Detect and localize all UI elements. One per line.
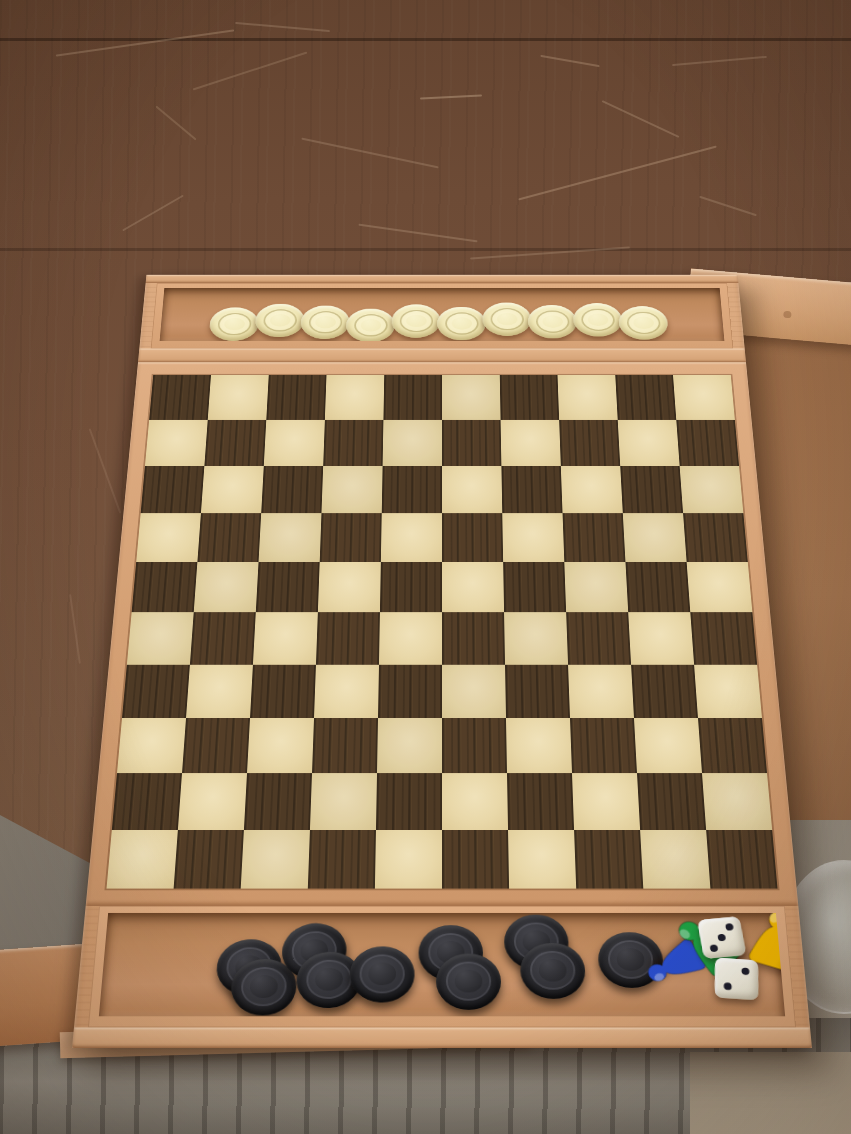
board-square-r8-c3[interactable] (247, 718, 314, 773)
board-square-r1-c8[interactable] (558, 375, 618, 420)
board-square-r7-c2[interactable] (186, 664, 253, 717)
board-square-r6-c5[interactable] (379, 613, 442, 665)
board-square-r4-c2[interactable] (197, 513, 261, 562)
board-square-r1-c5[interactable] (383, 375, 442, 420)
board-square-r4-c5[interactable] (381, 513, 442, 562)
board-square-r6-c1[interactable] (127, 613, 194, 665)
white-checker-piece[interactable] (209, 307, 260, 340)
board-square-r10-c4[interactable] (308, 830, 376, 889)
board-square-r2-c10[interactable] (676, 420, 739, 466)
board-square-r3-c4[interactable] (321, 466, 382, 513)
board-square-r3-c7[interactable] (501, 466, 562, 513)
board-square-r10-c2[interactable] (174, 830, 244, 889)
board-square-r4-c10[interactable] (683, 513, 748, 562)
board-square-r2-c1[interactable] (145, 420, 208, 466)
board-square-r8-c5[interactable] (377, 718, 442, 773)
black-checker-piece[interactable] (520, 943, 586, 999)
wood-knot (783, 311, 792, 319)
white-checker-piece[interactable] (437, 307, 486, 340)
board-square-r6-c10[interactable] (690, 613, 757, 665)
board-square-r3-c5[interactable] (382, 466, 442, 513)
board-square-r10-c1[interactable] (107, 830, 178, 889)
board-square-r2-c2[interactable] (204, 420, 266, 466)
board-grid (107, 375, 778, 889)
board-square-r1-c6[interactable] (442, 375, 501, 420)
light-floor-corner (690, 1052, 851, 1134)
board-square-r9-c1[interactable] (112, 773, 182, 830)
board-square-r6-c9[interactable] (628, 613, 694, 665)
board-square-r8-c7[interactable] (506, 718, 572, 773)
board-square-r6-c2[interactable] (190, 613, 256, 665)
white-checker-piece[interactable] (573, 303, 623, 336)
board-square-r10-c7[interactable] (508, 830, 576, 889)
board-square-r5-c3[interactable] (256, 562, 320, 612)
board-square-r9-c4[interactable] (310, 773, 377, 830)
board-square-r7-c8[interactable] (568, 664, 634, 717)
board-square-r10-c9[interactable] (640, 830, 710, 889)
board-square-r7-c7[interactable] (505, 664, 570, 717)
box-top-rail (146, 275, 739, 283)
board-square-r10-c3[interactable] (241, 830, 310, 889)
board-square-r4-c6[interactable] (442, 513, 503, 562)
die-showing-3[interactable] (697, 916, 747, 959)
board-square-r5-c8[interactable] (564, 562, 628, 612)
board-square-r9-c6[interactable] (442, 773, 508, 830)
black-tray-contents (99, 913, 785, 1016)
white-checker-piece[interactable] (300, 306, 350, 339)
board-square-r5-c1[interactable] (132, 562, 198, 612)
white-tray-contents (160, 288, 725, 341)
board-square-r3-c8[interactable] (561, 466, 623, 513)
board-square-r7-c3[interactable] (250, 664, 316, 717)
board-square-r5-c7[interactable] (503, 562, 566, 612)
black-pieces-tray (88, 906, 796, 1028)
black-checker-piece[interactable] (348, 945, 417, 1004)
die-showing-2[interactable] (715, 958, 759, 1001)
board-square-r10-c5[interactable] (375, 830, 442, 889)
board-square-r5-c2[interactable] (194, 562, 259, 612)
board-square-r6-c3[interactable] (253, 613, 318, 665)
board-square-r8-c4[interactable] (312, 718, 378, 773)
board-square-r1-c2[interactable] (208, 375, 269, 420)
board-square-r4-c7[interactable] (502, 513, 564, 562)
board-square-r3-c1[interactable] (141, 466, 205, 513)
board-square-r4-c8[interactable] (563, 513, 626, 562)
board-square-r9-c10[interactable] (702, 773, 772, 830)
board-square-r9-c9[interactable] (637, 773, 706, 830)
board-square-r4-c9[interactable] (623, 513, 687, 562)
die-pip (724, 982, 732, 990)
white-checker-piece[interactable] (528, 305, 578, 338)
board-square-r1-c9[interactable] (615, 375, 676, 420)
board-square-r9-c7[interactable] (507, 773, 574, 830)
board-square-r8-c8[interactable] (570, 718, 637, 773)
wooden-game-box (72, 275, 812, 1048)
board-square-r6-c8[interactable] (566, 613, 631, 665)
white-checker-piece[interactable] (482, 303, 531, 336)
board-square-r3-c2[interactable] (201, 466, 264, 513)
board-square-r8-c1[interactable] (117, 718, 186, 773)
board-square-r2-c4[interactable] (323, 420, 383, 466)
board-square-r5-c6[interactable] (442, 562, 504, 612)
board-square-r8-c2[interactable] (182, 718, 250, 773)
board-square-r2-c9[interactable] (618, 420, 680, 466)
board-square-r6-c7[interactable] (504, 613, 568, 665)
board-square-r3-c3[interactable] (261, 466, 323, 513)
board-square-r4-c3[interactable] (259, 513, 322, 562)
board-square-r7-c10[interactable] (694, 664, 762, 717)
board-square-r5-c4[interactable] (318, 562, 381, 612)
board-square-r4-c4[interactable] (320, 513, 382, 562)
black-checker-piece[interactable] (436, 954, 501, 1010)
board-square-r5-c10[interactable] (687, 562, 753, 612)
box-bottom-rail (72, 1027, 812, 1048)
board-square-r9-c8[interactable] (572, 773, 640, 830)
white-checker-piece[interactable] (346, 309, 395, 341)
board-square-r7-c9[interactable] (631, 664, 698, 717)
board-square-r2-c8[interactable] (559, 420, 620, 466)
die-pip (710, 944, 719, 952)
board-square-r8-c6[interactable] (442, 718, 507, 773)
board-square-r2-c7[interactable] (501, 420, 561, 466)
white-checker-piece[interactable] (255, 304, 305, 337)
board-square-r7-c6[interactable] (442, 664, 506, 717)
board-square-r7-c5[interactable] (378, 664, 442, 717)
board-square-r9-c5[interactable] (376, 773, 442, 830)
white-pieces-tray (151, 283, 734, 348)
board-square-r2-c5[interactable] (383, 420, 442, 466)
board-square-r7-c1[interactable] (122, 664, 190, 717)
board-square-r4-c1[interactable] (136, 513, 201, 562)
white-checker-piece[interactable] (618, 306, 669, 339)
board-square-r8-c10[interactable] (698, 718, 767, 773)
white-checker-piece[interactable] (391, 304, 440, 337)
board-square-r10-c6[interactable] (442, 830, 509, 889)
board-square-r3-c9[interactable] (620, 466, 683, 513)
board-square-r6-c6[interactable] (442, 613, 505, 665)
board-square-r3-c10[interactable] (680, 466, 744, 513)
board-square-r1-c7[interactable] (500, 375, 559, 420)
board-square-r7-c4[interactable] (314, 664, 379, 717)
board-square-r5-c9[interactable] (625, 562, 690, 612)
box-middle-rail (138, 348, 746, 362)
board-square-r9-c3[interactable] (244, 773, 312, 830)
board-square-r9-c2[interactable] (178, 773, 247, 830)
board-square-r1-c4[interactable] (325, 375, 384, 420)
board-square-r1-c10[interactable] (673, 375, 735, 420)
board-square-r6-c4[interactable] (316, 613, 380, 665)
die-pip (741, 968, 749, 976)
board-square-r5-c5[interactable] (380, 562, 442, 612)
board-square-r10-c8[interactable] (574, 830, 643, 889)
board-square-r8-c9[interactable] (634, 718, 702, 773)
die-pip (725, 924, 734, 932)
board-square-r3-c6[interactable] (442, 466, 502, 513)
board-frame (86, 362, 799, 906)
board-square-r1-c1[interactable] (149, 375, 211, 420)
die-pip (717, 934, 726, 942)
photo-scene (0, 0, 851, 1134)
board-square-r2-c6[interactable] (442, 420, 501, 466)
board-square-r2-c3[interactable] (264, 420, 325, 466)
board-square-r1-c3[interactable] (266, 375, 326, 420)
board-square-r10-c10[interactable] (706, 830, 777, 889)
